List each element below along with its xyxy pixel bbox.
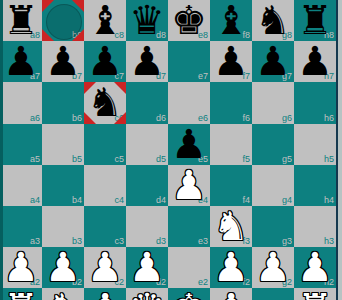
square-f7[interactable]: f7♟ [210, 41, 252, 82]
square-b2[interactable]: b2♟ [42, 247, 84, 288]
square-g4[interactable]: g4 [252, 165, 294, 206]
piece-white-pawn[interactable]: ♟ [252, 247, 294, 288]
square-e8[interactable]: e8♚ [168, 0, 210, 41]
piece-white-rook[interactable]: ♜ [294, 288, 336, 300]
square-g2[interactable]: g2♟ [252, 247, 294, 288]
square-label-h6: h6 [324, 114, 334, 123]
piece-black-pawn[interactable]: ♟ [168, 124, 210, 165]
square-label-d4: d4 [156, 196, 166, 205]
last-move-marker-bl [42, 29, 54, 41]
square-a4[interactable]: a4 [0, 165, 42, 206]
square-a7[interactable]: a7♟ [0, 41, 42, 82]
square-a3[interactable]: a3 [0, 206, 42, 247]
last-move-marker-br [72, 29, 84, 41]
piece-white-pawn[interactable]: ♟ [294, 247, 336, 288]
last-move-marker-br [114, 112, 126, 124]
piece-white-knight[interactable]: ♞ [42, 288, 84, 300]
piece-black-bishop[interactable]: ♝ [84, 0, 126, 41]
square-e4[interactable]: e4♟ [168, 165, 210, 206]
piece-white-bishop[interactable]: ♝ [210, 288, 252, 300]
piece-white-knight[interactable]: ♞ [210, 206, 252, 247]
square-b8[interactable]: b8 [42, 0, 84, 41]
square-g1[interactable]: g1 [252, 288, 294, 300]
piece-white-pawn[interactable]: ♟ [210, 247, 252, 288]
square-c4[interactable]: c4 [84, 165, 126, 206]
square-e5[interactable]: e5♟ [168, 124, 210, 165]
square-e7[interactable]: e7 [168, 41, 210, 82]
square-a6[interactable]: a6 [0, 82, 42, 123]
square-label-g4: g4 [282, 196, 292, 205]
square-c3[interactable]: c3 [84, 206, 126, 247]
square-f3[interactable]: f3♞ [210, 206, 252, 247]
square-f2[interactable]: f2♟ [210, 247, 252, 288]
square-label-g5: g5 [282, 155, 292, 164]
square-a2[interactable]: a2♟ [0, 247, 42, 288]
piece-black-pawn[interactable]: ♟ [210, 41, 252, 82]
square-h2[interactable]: h2♟ [294, 247, 336, 288]
square-f5[interactable]: f5 [210, 124, 252, 165]
piece-black-knight[interactable]: ♞ [252, 0, 294, 41]
square-a5[interactable]: a5 [0, 124, 42, 165]
square-h8[interactable]: h8♜ [294, 0, 336, 41]
square-h7[interactable]: h7♟ [294, 41, 336, 82]
piece-black-queen[interactable]: ♛ [126, 0, 168, 41]
square-b5[interactable]: b5 [42, 124, 84, 165]
square-f8[interactable]: f8♝ [210, 0, 252, 41]
square-d2[interactable]: d2♟ [126, 247, 168, 288]
square-a8[interactable]: a8♜ [0, 0, 42, 41]
piece-white-queen[interactable]: ♛ [126, 288, 168, 300]
square-c5[interactable]: c5 [84, 124, 126, 165]
square-d3[interactable]: d3 [126, 206, 168, 247]
last-move-marker-tr [72, 0, 84, 12]
window-border-light [338, 0, 342, 300]
square-h4[interactable]: h4 [294, 165, 336, 206]
square-h6[interactable]: h6 [294, 82, 336, 123]
square-g8[interactable]: g8♞ [252, 0, 294, 41]
square-d5[interactable]: d5 [126, 124, 168, 165]
square-d8[interactable]: d8♛ [126, 0, 168, 41]
square-c6[interactable]: c6♞ [84, 82, 126, 123]
square-d7[interactable]: d7♟ [126, 41, 168, 82]
piece-white-pawn[interactable]: ♟ [42, 247, 84, 288]
piece-black-pawn[interactable]: ♟ [126, 41, 168, 82]
square-label-g6: g6 [282, 114, 292, 123]
square-label-a5: a5 [30, 155, 40, 164]
square-b4[interactable]: b4 [42, 165, 84, 206]
piece-white-bishop[interactable]: ♝ [84, 288, 126, 300]
board-left-border [0, 0, 3, 300]
square-label-f5: f5 [242, 155, 250, 164]
square-label-b5: b5 [72, 155, 82, 164]
square-c2[interactable]: c2♟ [84, 247, 126, 288]
square-b3[interactable]: b3 [42, 206, 84, 247]
square-d4[interactable]: d4 [126, 165, 168, 206]
piece-white-pawn[interactable]: ♟ [0, 247, 42, 288]
piece-black-rook[interactable]: ♜ [0, 0, 42, 41]
square-g3[interactable]: g3 [252, 206, 294, 247]
square-label-a6: a6 [30, 114, 40, 123]
square-h1[interactable]: h1♜ [294, 288, 336, 300]
square-label-h4: h4 [324, 196, 334, 205]
piece-black-pawn[interactable]: ♟ [294, 41, 336, 82]
last-move-marker-tl [84, 82, 96, 94]
square-d6[interactable]: d6 [126, 82, 168, 123]
piece-black-rook[interactable]: ♜ [294, 0, 336, 41]
square-h3[interactable]: h3 [294, 206, 336, 247]
last-move-marker-bl [84, 112, 96, 124]
piece-black-pawn[interactable]: ♟ [252, 41, 294, 82]
piece-white-king[interactable]: ♚ [168, 288, 210, 300]
square-e1[interactable]: e1♚ [168, 288, 210, 300]
square-label-e7: e7 [198, 72, 208, 81]
chess-board: a8♜b8c8♝d8♛e8♚f8♝g8♞h8♜a7♟b7♟c7♟d7♟e7f7♟… [0, 0, 336, 300]
chess-app-window: a8♜b8c8♝d8♛e8♚f8♝g8♞h8♜a7♟b7♟c7♟d7♟e7f7♟… [0, 0, 342, 300]
square-label-b6: b6 [72, 114, 82, 123]
square-label-d5: d5 [156, 155, 166, 164]
square-label-d6: d6 [156, 114, 166, 123]
square-label-f6: f6 [242, 114, 250, 123]
last-move-marker-tl [42, 0, 54, 12]
piece-black-king[interactable]: ♚ [168, 0, 210, 41]
piece-black-pawn[interactable]: ♟ [0, 41, 42, 82]
piece-white-pawn[interactable]: ♟ [84, 247, 126, 288]
square-c7[interactable]: c7♟ [84, 41, 126, 82]
piece-black-bishop[interactable]: ♝ [210, 0, 252, 41]
square-f1[interactable]: f1♝ [210, 288, 252, 300]
square-e3[interactable]: e3 [168, 206, 210, 247]
square-c8[interactable]: c8♝ [84, 0, 126, 41]
piece-black-pawn[interactable]: ♟ [42, 41, 84, 82]
square-label-e3: e3 [198, 237, 208, 246]
square-label-c4: c4 [114, 196, 124, 205]
square-f6[interactable]: f6 [210, 82, 252, 123]
square-h5[interactable]: h5 [294, 124, 336, 165]
square-label-b4: b4 [72, 196, 82, 205]
square-b7[interactable]: b7♟ [42, 41, 84, 82]
square-f4[interactable]: f4 [210, 165, 252, 206]
square-b1[interactable]: b1♞ [42, 288, 84, 300]
piece-white-pawn[interactable]: ♟ [168, 165, 210, 206]
piece-white-pawn[interactable]: ♟ [126, 247, 168, 288]
square-label-a4: a4 [30, 196, 40, 205]
square-label-h5: h5 [324, 155, 334, 164]
square-a1[interactable]: a1♜ [0, 288, 42, 300]
square-b6[interactable]: b6 [42, 82, 84, 123]
square-d1[interactable]: d1♛ [126, 288, 168, 300]
square-label-c5: c5 [114, 155, 124, 164]
piece-black-pawn[interactable]: ♟ [84, 41, 126, 82]
square-g5[interactable]: g5 [252, 124, 294, 165]
square-e6[interactable]: e6 [168, 82, 210, 123]
piece-white-rook[interactable]: ♜ [0, 288, 42, 300]
square-c1[interactable]: c1♝ [84, 288, 126, 300]
square-e2[interactable]: e2 [168, 247, 210, 288]
square-g6[interactable]: g6 [252, 82, 294, 123]
last-move-marker-tr [114, 82, 126, 94]
square-g7[interactable]: g7♟ [252, 41, 294, 82]
